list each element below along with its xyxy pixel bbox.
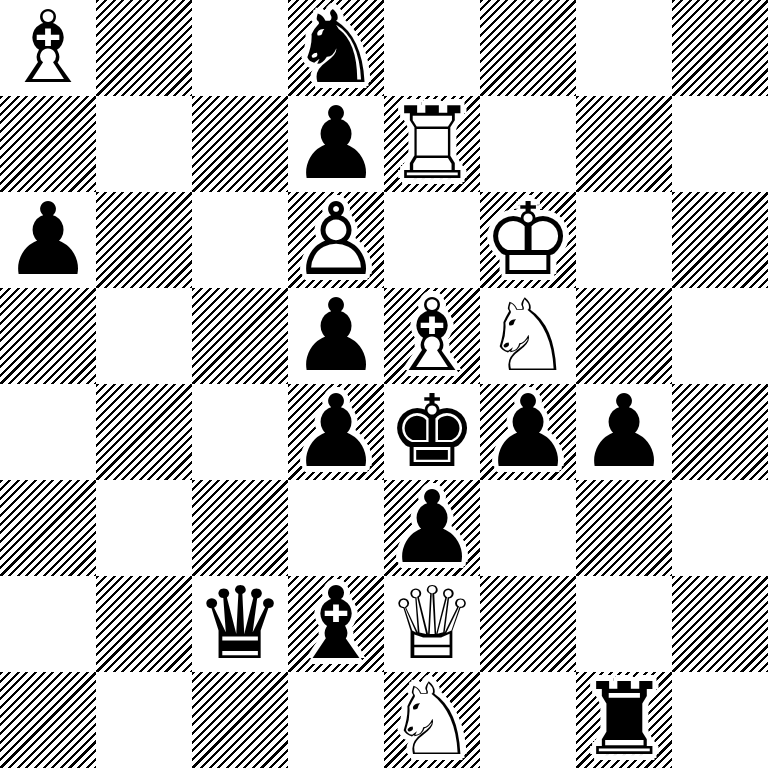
square-b8[interactable] (96, 0, 192, 96)
square-b4[interactable] (96, 384, 192, 480)
piece-halo: ♚ (384, 384, 480, 480)
square-a2[interactable] (0, 576, 96, 672)
piece-halo: ♞ (288, 0, 384, 96)
piece-halo: ♟ (480, 384, 576, 480)
square-h2[interactable] (672, 576, 768, 672)
piece-white-rook: ♖ (384, 96, 480, 192)
square-d7[interactable]: ♟♟ (288, 96, 384, 192)
piece-white-knight: ♘ (480, 288, 576, 384)
square-b7[interactable] (96, 96, 192, 192)
square-g3[interactable] (576, 480, 672, 576)
chess-board: ♝♗♞♞♟♟♜♖♟♟♟♙♚♔♟♟♝♗♞♘♟♟♚♚♟♟♟♟♟♟♛♛♝♝♛♕♞♘♜♜ (0, 0, 768, 768)
square-d2[interactable]: ♝♝ (288, 576, 384, 672)
piece-halo: ♜ (384, 96, 480, 192)
piece-halo: ♟ (288, 96, 384, 192)
square-h1[interactable] (672, 672, 768, 768)
square-b5[interactable] (96, 288, 192, 384)
square-e4[interactable]: ♚♚ (384, 384, 480, 480)
square-f1[interactable] (480, 672, 576, 768)
piece-black-bishop: ♝ (288, 576, 384, 672)
square-e2[interactable]: ♛♕ (384, 576, 480, 672)
square-f5[interactable]: ♞♘ (480, 288, 576, 384)
square-c2[interactable]: ♛♛ (192, 576, 288, 672)
piece-halo: ♛ (192, 576, 288, 672)
square-d4[interactable]: ♟♟ (288, 384, 384, 480)
square-e7[interactable]: ♜♖ (384, 96, 480, 192)
square-h3[interactable] (672, 480, 768, 576)
square-g7[interactable] (576, 96, 672, 192)
piece-black-king: ♚ (384, 384, 480, 480)
piece-halo: ♝ (288, 576, 384, 672)
square-b1[interactable] (96, 672, 192, 768)
square-a7[interactable] (0, 96, 96, 192)
square-c4[interactable] (192, 384, 288, 480)
square-d5[interactable]: ♟♟ (288, 288, 384, 384)
square-d8[interactable]: ♞♞ (288, 0, 384, 96)
square-c6[interactable] (192, 192, 288, 288)
piece-halo: ♞ (384, 672, 480, 768)
square-c3[interactable] (192, 480, 288, 576)
square-c7[interactable] (192, 96, 288, 192)
piece-halo: ♟ (384, 480, 480, 576)
square-d6[interactable]: ♟♙ (288, 192, 384, 288)
piece-white-king: ♔ (480, 192, 576, 288)
square-a8[interactable]: ♝♗ (0, 0, 96, 96)
square-c1[interactable] (192, 672, 288, 768)
square-g2[interactable] (576, 576, 672, 672)
square-f8[interactable] (480, 0, 576, 96)
square-g6[interactable] (576, 192, 672, 288)
square-d3[interactable] (288, 480, 384, 576)
piece-halo: ♚ (480, 192, 576, 288)
piece-black-queen: ♛ (192, 576, 288, 672)
square-h4[interactable] (672, 384, 768, 480)
square-e1[interactable]: ♞♘ (384, 672, 480, 768)
square-f2[interactable] (480, 576, 576, 672)
square-e6[interactable] (384, 192, 480, 288)
piece-black-knight: ♞ (288, 0, 384, 96)
square-h7[interactable] (672, 96, 768, 192)
square-h5[interactable] (672, 288, 768, 384)
piece-white-queen: ♕ (384, 576, 480, 672)
square-e5[interactable]: ♝♗ (384, 288, 480, 384)
piece-halo: ♜ (576, 672, 672, 768)
square-a1[interactable] (0, 672, 96, 768)
square-e3[interactable]: ♟♟ (384, 480, 480, 576)
square-a4[interactable] (0, 384, 96, 480)
square-f7[interactable] (480, 96, 576, 192)
piece-white-pawn: ♙ (288, 192, 384, 288)
square-g4[interactable]: ♟♟ (576, 384, 672, 480)
square-c5[interactable] (192, 288, 288, 384)
piece-halo: ♞ (480, 288, 576, 384)
piece-white-bishop: ♗ (0, 0, 96, 96)
square-a3[interactable] (0, 480, 96, 576)
piece-black-pawn: ♟ (288, 96, 384, 192)
square-f3[interactable] (480, 480, 576, 576)
piece-black-pawn: ♟ (288, 288, 384, 384)
piece-black-rook: ♜ (576, 672, 672, 768)
square-h8[interactable] (672, 0, 768, 96)
piece-halo: ♟ (288, 192, 384, 288)
piece-halo: ♟ (288, 384, 384, 480)
square-f4[interactable]: ♟♟ (480, 384, 576, 480)
piece-halo: ♟ (288, 288, 384, 384)
square-b6[interactable] (96, 192, 192, 288)
square-c8[interactable] (192, 0, 288, 96)
square-g8[interactable] (576, 0, 672, 96)
piece-halo: ♝ (0, 0, 96, 96)
piece-white-knight: ♘ (384, 672, 480, 768)
square-g5[interactable] (576, 288, 672, 384)
piece-black-pawn: ♟ (576, 384, 672, 480)
piece-black-pawn: ♟ (0, 192, 96, 288)
square-h6[interactable] (672, 192, 768, 288)
piece-halo: ♛ (384, 576, 480, 672)
square-a5[interactable] (0, 288, 96, 384)
piece-white-bishop: ♗ (384, 288, 480, 384)
square-d1[interactable] (288, 672, 384, 768)
piece-halo: ♝ (384, 288, 480, 384)
piece-halo: ♟ (576, 384, 672, 480)
piece-black-pawn: ♟ (384, 480, 480, 576)
square-f6[interactable]: ♚♔ (480, 192, 576, 288)
piece-black-pawn: ♟ (288, 384, 384, 480)
piece-black-pawn: ♟ (480, 384, 576, 480)
square-g1[interactable]: ♜♜ (576, 672, 672, 768)
square-b3[interactable] (96, 480, 192, 576)
square-b2[interactable] (96, 576, 192, 672)
piece-halo: ♟ (0, 192, 96, 288)
square-a6[interactable]: ♟♟ (0, 192, 96, 288)
square-e8[interactable] (384, 0, 480, 96)
